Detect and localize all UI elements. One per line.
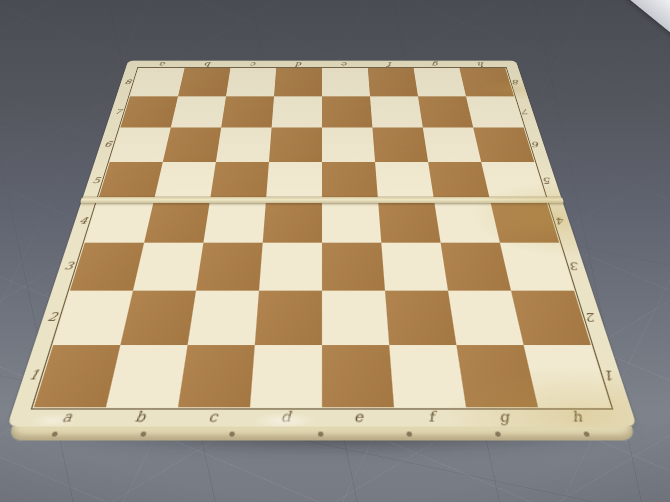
- board-grid: [34, 68, 610, 407]
- rank-label-right-4: 4: [555, 216, 566, 225]
- square-b4[interactable]: [144, 200, 210, 243]
- square-f5[interactable]: [375, 162, 434, 200]
- square-b5[interactable]: [154, 162, 216, 200]
- file-label-top-c: c: [251, 62, 257, 68]
- square-b7[interactable]: [171, 96, 226, 127]
- square-f2[interactable]: [385, 291, 456, 345]
- square-g3[interactable]: [441, 243, 511, 291]
- square-g5[interactable]: [428, 162, 490, 200]
- square-g7[interactable]: [418, 96, 473, 127]
- square-c6[interactable]: [216, 127, 272, 161]
- square-d6[interactable]: [269, 127, 322, 161]
- square-e5[interactable]: [322, 162, 378, 200]
- square-f1[interactable]: [389, 345, 466, 407]
- square-c5[interactable]: [210, 162, 269, 200]
- square-b1[interactable]: [106, 345, 188, 407]
- rank-label-right-2: 2: [585, 311, 598, 323]
- square-a6[interactable]: [110, 127, 171, 161]
- rank-label-left-8: 8: [124, 79, 132, 85]
- rank-label-left-5: 5: [91, 176, 101, 184]
- rank-label-right-6: 6: [531, 141, 540, 148]
- square-d1[interactable]: [250, 345, 322, 407]
- file-label-bottom-g: g: [498, 410, 511, 425]
- rank-label-left-7: 7: [114, 108, 123, 115]
- square-g6[interactable]: [423, 127, 481, 161]
- square-b2[interactable]: [120, 291, 196, 345]
- square-d2[interactable]: [255, 291, 322, 345]
- square-g8[interactable]: [414, 68, 466, 96]
- square-a8[interactable]: [130, 68, 185, 96]
- square-c2[interactable]: [188, 291, 259, 345]
- square-h1[interactable]: [524, 345, 610, 407]
- square-d8[interactable]: [274, 68, 322, 96]
- rank-label-left-6: 6: [103, 141, 112, 148]
- photo-scene: aabbccddeeffgghh1122334455667788: [0, 0, 670, 502]
- rank-label-left-2: 2: [46, 311, 59, 323]
- square-e4[interactable]: [322, 200, 381, 243]
- square-c8[interactable]: [226, 68, 276, 96]
- square-c3[interactable]: [196, 243, 263, 291]
- square-a7[interactable]: [120, 96, 178, 127]
- square-e1[interactable]: [322, 345, 394, 407]
- square-f8[interactable]: [368, 68, 418, 96]
- file-label-bottom-c: c: [208, 410, 218, 425]
- square-h2[interactable]: [511, 291, 591, 345]
- square-f6[interactable]: [372, 127, 428, 161]
- background-object-corner: [602, 0, 670, 40]
- file-label-bottom-e: e: [354, 410, 364, 425]
- file-label-top-a: a: [159, 62, 166, 68]
- square-h6[interactable]: [473, 127, 534, 161]
- rank-label-left-4: 4: [78, 216, 89, 225]
- rank-label-left-3: 3: [63, 261, 75, 271]
- square-e8[interactable]: [322, 68, 370, 96]
- square-c4[interactable]: [203, 200, 266, 243]
- square-c7[interactable]: [221, 96, 274, 127]
- rank-label-right-7: 7: [521, 108, 530, 115]
- fold-seam: [80, 197, 564, 203]
- square-b3[interactable]: [133, 243, 203, 291]
- file-label-top-e: e: [342, 62, 348, 68]
- rank-label-right-3: 3: [569, 261, 581, 271]
- square-b8[interactable]: [178, 68, 230, 96]
- square-d3[interactable]: [259, 243, 322, 291]
- square-a3[interactable]: [70, 243, 144, 291]
- square-h5[interactable]: [481, 162, 546, 200]
- file-label-top-b: b: [205, 62, 212, 68]
- file-label-bottom-f: f: [427, 410, 434, 425]
- square-b6[interactable]: [163, 127, 221, 161]
- rank-label-right-8: 8: [512, 79, 520, 85]
- rank-label-right-5: 5: [543, 176, 553, 184]
- square-f3[interactable]: [381, 243, 448, 291]
- square-h4[interactable]: [490, 200, 559, 243]
- square-h8[interactable]: [459, 68, 514, 96]
- chessboard: aabbccddeeffgghh1122334455667788: [7, 61, 637, 427]
- file-label-bottom-d: d: [280, 410, 291, 425]
- file-label-top-f: f: [388, 62, 392, 68]
- file-label-bottom-b: b: [134, 410, 147, 425]
- square-e6[interactable]: [322, 127, 375, 161]
- square-d4[interactable]: [263, 200, 322, 243]
- file-label-bottom-a: a: [61, 410, 74, 425]
- file-label-top-g: g: [432, 62, 439, 68]
- square-e7[interactable]: [322, 96, 372, 127]
- square-a4[interactable]: [85, 200, 154, 243]
- file-label-top-h: h: [477, 62, 485, 68]
- file-label-bottom-h: h: [570, 410, 584, 425]
- square-f4[interactable]: [378, 200, 441, 243]
- rank-label-right-1: 1: [603, 368, 617, 381]
- square-d5[interactable]: [266, 162, 322, 200]
- rank-label-left-1: 1: [27, 368, 41, 381]
- square-e2[interactable]: [322, 291, 389, 345]
- square-g4[interactable]: [434, 200, 500, 243]
- square-a2[interactable]: [53, 291, 133, 345]
- square-e3[interactable]: [322, 243, 385, 291]
- file-label-top-d: d: [296, 62, 302, 68]
- square-d7[interactable]: [272, 96, 322, 127]
- square-f7[interactable]: [370, 96, 423, 127]
- square-h3[interactable]: [500, 243, 574, 291]
- square-c1[interactable]: [178, 345, 255, 407]
- square-a5[interactable]: [98, 162, 163, 200]
- square-h7[interactable]: [466, 96, 524, 127]
